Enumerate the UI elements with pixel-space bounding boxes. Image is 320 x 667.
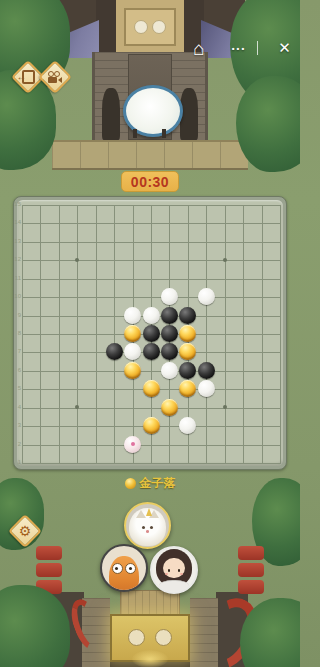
mode-badge: 金子落 (0, 475, 300, 492)
stone-white (143, 307, 160, 324)
more-menu-button[interactable]: ••• (226, 40, 252, 56)
player-avatar-right[interactable] (150, 546, 198, 594)
home-icon: ⌂ (193, 39, 204, 58)
foliage-right (236, 76, 300, 172)
row-label: 7 (14, 348, 21, 355)
stone-white (198, 288, 215, 305)
gomoku-board[interactable]: 151413121110987654321 (13, 196, 287, 470)
orange-character-image (109, 556, 139, 591)
game-screen: { "game": "gomoku", "variant": "15x15 fi… (0, 0, 300, 667)
row-label: 12 (14, 256, 21, 263)
stone-black (106, 343, 123, 360)
home-button[interactable]: ⌂ (188, 38, 210, 58)
girl-blush (165, 573, 168, 575)
stone-white-last-move (124, 436, 141, 453)
stone-white (161, 288, 178, 305)
stone-black (161, 325, 178, 342)
cat-image (129, 508, 165, 546)
stone-black (143, 343, 160, 360)
stone-white (124, 307, 141, 324)
row-label: 8 (14, 330, 21, 337)
girl-shirt (159, 580, 189, 592)
stone-gold (124, 362, 141, 379)
temple-tower (116, 0, 184, 54)
exit-icon (18, 67, 38, 87)
row-label: 2 (14, 441, 21, 448)
gate-medallion-left (128, 629, 145, 646)
girl-face (163, 558, 184, 578)
red-lanterns-right (238, 546, 264, 600)
row-label: 15 (14, 201, 21, 208)
row-label: 3 (14, 422, 21, 429)
statue-left (102, 88, 120, 140)
stone-gold (143, 380, 160, 397)
opponent-avatar-cat[interactable] (124, 502, 171, 549)
tower-medallion-left (134, 20, 148, 34)
timer-value: 00:30 (131, 174, 169, 190)
girl-eye (168, 569, 171, 572)
row-label: 9 (14, 312, 21, 319)
more-icon: ••• (232, 44, 246, 53)
close-button[interactable]: ✕ (274, 39, 295, 57)
row-label: 5 (14, 385, 21, 392)
pool-leg-left (133, 129, 137, 138)
stone-black (161, 307, 178, 324)
gate-medallion-right (155, 629, 172, 646)
stone-black (143, 325, 160, 342)
topbar-divider (257, 41, 258, 55)
row-label: 4 (14, 404, 21, 411)
move-timer: 00:30 (121, 171, 179, 192)
mode-badge-text: 金子落 (140, 475, 176, 492)
temple-wall-band (52, 140, 248, 170)
close-icon: ✕ (278, 39, 291, 57)
star-point (223, 258, 227, 262)
stone-white (198, 380, 215, 397)
gear-icon: ⚙ (15, 521, 35, 541)
row-label: 1 (14, 459, 21, 466)
round-pool (123, 85, 183, 137)
row-label: 11 (14, 275, 21, 282)
girl-eye (178, 569, 181, 572)
stone-white (161, 362, 178, 379)
stone-black (179, 307, 196, 324)
row-label: 14 (14, 219, 21, 226)
girl-blush (180, 573, 183, 575)
stone-gold (143, 417, 160, 434)
video-camera-icon (45, 67, 65, 87)
row-label: 10 (14, 293, 21, 300)
row-label: 13 (14, 238, 21, 245)
gold-stone-icon (125, 478, 136, 489)
row-label: 6 (14, 367, 21, 374)
stone-gold (124, 325, 141, 342)
character-eye (125, 563, 136, 574)
tower-panel (124, 8, 176, 46)
player-avatar-left[interactable] (100, 544, 148, 592)
pool-leg-right (162, 129, 166, 138)
gold-glow (132, 650, 168, 667)
stone-black (198, 362, 215, 379)
stone-gold (161, 399, 178, 416)
tower-medallion-right (152, 20, 166, 34)
character-eye (112, 563, 123, 574)
temple-pillar-left (96, 0, 116, 56)
star-point (223, 405, 227, 409)
